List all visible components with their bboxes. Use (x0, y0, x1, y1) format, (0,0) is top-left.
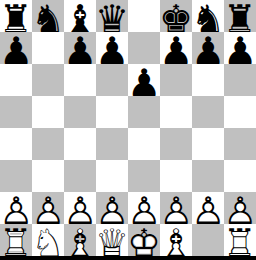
square-e6[interactable]: ♟ (128, 64, 160, 96)
black-pawn: ♟ (224, 35, 256, 67)
square-a4[interactable] (0, 128, 32, 160)
square-c4[interactable] (64, 128, 96, 160)
white-bishop: ♗ (64, 227, 96, 259)
white-pawn: ♙ (96, 195, 128, 227)
white-pawn: ♙ (32, 195, 64, 227)
square-b1[interactable]: ♞♘ (32, 224, 64, 256)
white-rook-fill: ♜ (0, 227, 32, 259)
square-g8[interactable]: ♞ (192, 0, 224, 32)
black-pawn: ♟ (192, 35, 224, 67)
square-d6[interactable] (96, 64, 128, 96)
square-a6[interactable] (0, 64, 32, 96)
white-bishop: ♗ (160, 227, 192, 259)
square-c3[interactable] (64, 160, 96, 192)
white-pawn: ♙ (224, 195, 256, 227)
square-e4[interactable] (128, 128, 160, 160)
square-g2[interactable]: ♟♙ (192, 192, 224, 224)
black-pawn: ♟ (0, 35, 32, 67)
black-pawn: ♟ (64, 35, 96, 67)
square-b7[interactable] (32, 32, 64, 64)
square-h7[interactable]: ♟ (224, 32, 256, 64)
white-pawn-fill: ♟ (224, 195, 256, 227)
black-bishop: ♝ (64, 3, 96, 35)
white-rook: ♖ (0, 227, 32, 259)
white-pawn: ♙ (64, 195, 96, 227)
white-pawn: ♙ (192, 195, 224, 227)
square-g1[interactable] (192, 224, 224, 256)
chess-board: ♜♞♝♛♚♞♜♟♟♟♟♟♟♟♟♙♟♙♟♙♟♙♟♙♟♙♟♙♟♙♜♖♞♘♝♗♛♕♚♔… (0, 0, 256, 256)
square-f1[interactable]: ♝♗ (160, 224, 192, 256)
white-rook-fill: ♜ (224, 227, 256, 259)
square-g6[interactable] (192, 64, 224, 96)
black-pawn: ♟ (96, 35, 128, 67)
square-a7[interactable]: ♟ (0, 32, 32, 64)
square-c2[interactable]: ♟♙ (64, 192, 96, 224)
black-rook: ♜ (0, 3, 32, 35)
square-b2[interactable]: ♟♙ (32, 192, 64, 224)
square-f5[interactable] (160, 96, 192, 128)
white-pawn-fill: ♟ (192, 195, 224, 227)
square-e7[interactable] (128, 32, 160, 64)
white-queen-fill: ♛ (96, 227, 128, 259)
white-pawn-fill: ♟ (0, 195, 32, 227)
square-d3[interactable] (96, 160, 128, 192)
square-e3[interactable] (128, 160, 160, 192)
black-queen: ♛ (96, 3, 128, 35)
black-pawn: ♟ (128, 67, 160, 99)
white-pawn: ♙ (160, 195, 192, 227)
square-f7[interactable]: ♟ (160, 32, 192, 64)
square-c6[interactable] (64, 64, 96, 96)
square-f4[interactable] (160, 128, 192, 160)
white-knight-fill: ♞ (32, 227, 64, 259)
black-king: ♚ (160, 3, 192, 35)
square-d5[interactable] (96, 96, 128, 128)
square-e2[interactable]: ♟♙ (128, 192, 160, 224)
square-f8[interactable]: ♚ (160, 0, 192, 32)
black-pawn: ♟ (160, 35, 192, 67)
white-knight: ♘ (32, 227, 64, 259)
square-b5[interactable] (32, 96, 64, 128)
white-pawn-fill: ♟ (64, 195, 96, 227)
square-c1[interactable]: ♝♗ (64, 224, 96, 256)
square-c7[interactable]: ♟ (64, 32, 96, 64)
black-knight: ♞ (192, 3, 224, 35)
square-d4[interactable] (96, 128, 128, 160)
white-bishop-fill: ♝ (64, 227, 96, 259)
square-e1[interactable]: ♚♔ (128, 224, 160, 256)
board-bottom-border (0, 256, 256, 260)
square-e8[interactable] (128, 0, 160, 32)
square-d2[interactable]: ♟♙ (96, 192, 128, 224)
square-c8[interactable]: ♝ (64, 0, 96, 32)
white-pawn-fill: ♟ (160, 195, 192, 227)
white-pawn: ♙ (0, 195, 32, 227)
square-a1[interactable]: ♜♖ (0, 224, 32, 256)
square-h6[interactable] (224, 64, 256, 96)
square-a2[interactable]: ♟♙ (0, 192, 32, 224)
white-king: ♔ (128, 227, 160, 259)
square-a8[interactable]: ♜ (0, 0, 32, 32)
square-g4[interactable] (192, 128, 224, 160)
white-pawn-fill: ♟ (96, 195, 128, 227)
square-b3[interactable] (32, 160, 64, 192)
white-pawn-fill: ♟ (128, 195, 160, 227)
white-king-fill: ♚ (128, 227, 160, 259)
white-pawn: ♙ (128, 195, 160, 227)
square-f3[interactable] (160, 160, 192, 192)
black-rook: ♜ (224, 3, 256, 35)
square-c5[interactable] (64, 96, 96, 128)
white-bishop-fill: ♝ (160, 227, 192, 259)
square-f2[interactable]: ♟♙ (160, 192, 192, 224)
white-queen: ♕ (96, 227, 128, 259)
square-b4[interactable] (32, 128, 64, 160)
square-d1[interactable]: ♛♕ (96, 224, 128, 256)
square-h3[interactable] (224, 160, 256, 192)
square-d8[interactable]: ♛ (96, 0, 128, 32)
square-d7[interactable]: ♟ (96, 32, 128, 64)
white-rook: ♖ (224, 227, 256, 259)
square-h5[interactable] (224, 96, 256, 128)
square-h1[interactable]: ♜♖ (224, 224, 256, 256)
square-b8[interactable]: ♞ (32, 0, 64, 32)
square-g7[interactable]: ♟ (192, 32, 224, 64)
square-b6[interactable] (32, 64, 64, 96)
square-e5[interactable] (128, 96, 160, 128)
square-h8[interactable]: ♜ (224, 0, 256, 32)
square-g5[interactable] (192, 96, 224, 128)
square-a3[interactable] (0, 160, 32, 192)
square-g3[interactable] (192, 160, 224, 192)
square-h2[interactable]: ♟♙ (224, 192, 256, 224)
white-pawn-fill: ♟ (32, 195, 64, 227)
black-knight: ♞ (32, 3, 64, 35)
square-h4[interactable] (224, 128, 256, 160)
square-f6[interactable] (160, 64, 192, 96)
square-a5[interactable] (0, 96, 32, 128)
chessboard-frame: ♜♞♝♛♚♞♜♟♟♟♟♟♟♟♟♙♟♙♟♙♟♙♟♙♟♙♟♙♟♙♜♖♞♘♝♗♛♕♚♔… (0, 0, 256, 260)
